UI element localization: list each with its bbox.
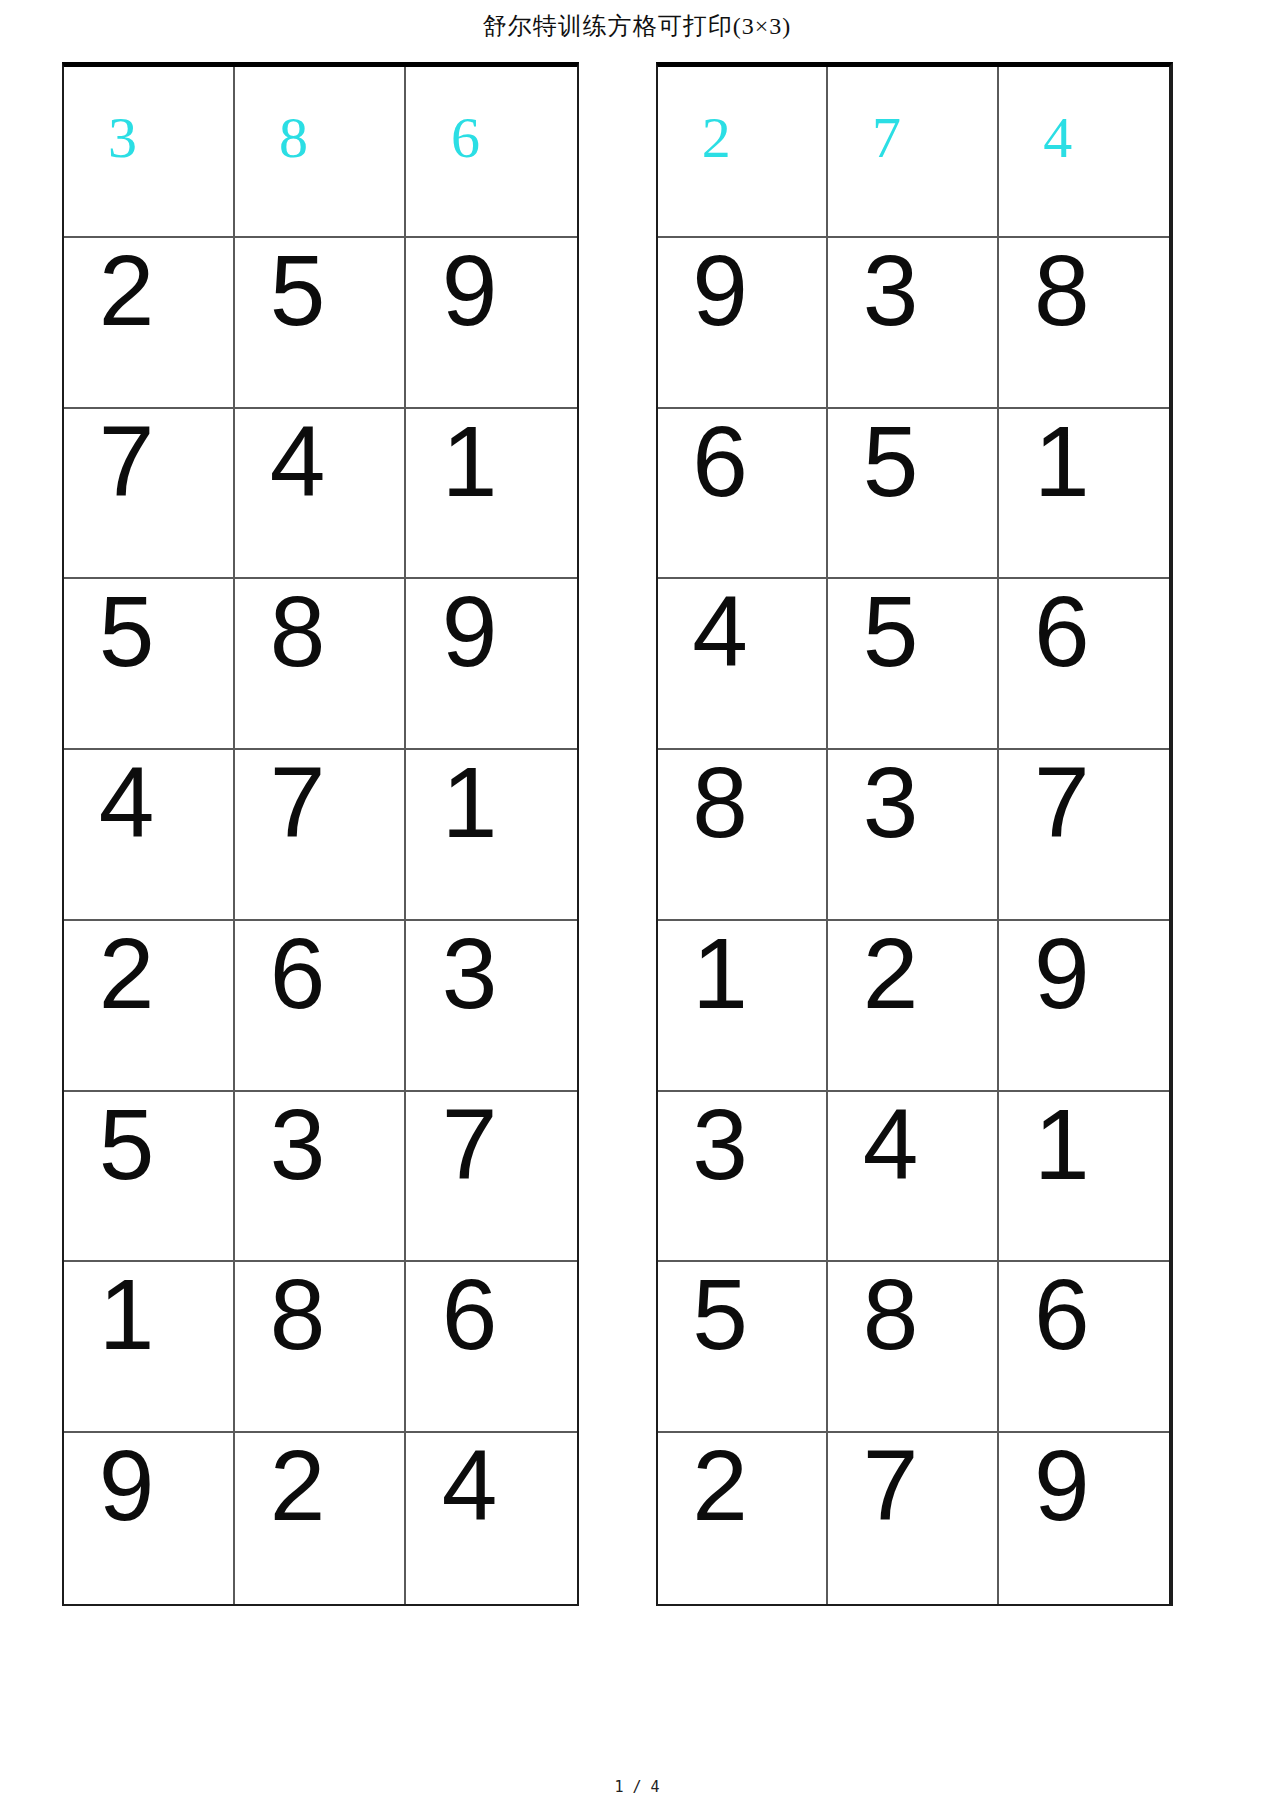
grid-digit: 2: [692, 1433, 748, 1535]
grid-cell: 3: [406, 921, 577, 1092]
grid-digit: 6: [1034, 579, 1090, 681]
grid-cell: 5: [235, 238, 406, 409]
grid-digit: 7: [270, 750, 326, 852]
target-cell: 2: [658, 67, 828, 238]
grid-digit: 4: [692, 579, 748, 681]
grid-cell: 6: [658, 409, 828, 580]
grid-digit: 7: [99, 409, 155, 511]
grid-digit: 9: [442, 579, 498, 681]
grid-cell: 8: [828, 1262, 998, 1433]
grid-digit: 5: [99, 1092, 155, 1194]
grid-digit: 2: [99, 238, 155, 340]
grid-digit: 3: [442, 921, 498, 1023]
grid-cell: 4: [658, 579, 828, 750]
grid-cell: 7: [235, 750, 406, 921]
grid-cell: 4: [64, 750, 235, 921]
grid-digit: 7: [863, 1433, 919, 1535]
grid-cell: 5: [828, 409, 998, 580]
grid-cell: 6: [235, 921, 406, 1092]
grid-cell: 7: [64, 409, 235, 580]
grid-cell: 5: [64, 1092, 235, 1263]
grid-digit: 5: [863, 409, 919, 511]
target-digit: 6: [451, 67, 480, 167]
grid-digit: 6: [270, 921, 326, 1023]
grid-digit: 8: [1034, 238, 1090, 340]
grid-digit: 1: [1034, 1092, 1090, 1194]
grid-cell: 9: [999, 1433, 1169, 1604]
grid-cell: 5: [828, 579, 998, 750]
target-digit: 4: [1043, 67, 1072, 167]
grid-digit: 1: [442, 750, 498, 852]
grid-cell: 9: [658, 238, 828, 409]
grid-cell: 7: [828, 1433, 998, 1604]
grid-digit: 6: [692, 409, 748, 511]
grid-cell: 8: [999, 238, 1169, 409]
grid-cell: 9: [999, 921, 1169, 1092]
target-digit: 7: [872, 67, 901, 167]
grid-cell: 1: [658, 921, 828, 1092]
grid-cell: 3: [828, 750, 998, 921]
grid-cell: 7: [999, 750, 1169, 921]
grid-cell: 4: [828, 1092, 998, 1263]
grid-cell: 2: [828, 921, 998, 1092]
grid-cell: 7: [406, 1092, 577, 1263]
grid-digit: 9: [692, 238, 748, 340]
grid-digit: 1: [692, 921, 748, 1023]
grid-cell: 4: [235, 409, 406, 580]
grid-digit: 3: [863, 238, 919, 340]
target-digit: 8: [279, 67, 308, 167]
target-cell: 6: [406, 67, 577, 238]
grid-digit: 4: [270, 409, 326, 511]
target-digit: 3: [108, 67, 137, 167]
grid-cell: 1: [64, 1262, 235, 1433]
grid-cell: 6: [999, 579, 1169, 750]
target-digit: 2: [702, 67, 731, 167]
grid-cell: 9: [64, 1433, 235, 1604]
grid-digit: 2: [99, 921, 155, 1023]
grid-cell: 8: [658, 750, 828, 921]
grid-cell: 2: [658, 1433, 828, 1604]
target-cell: 8: [235, 67, 406, 238]
grid-digit: 8: [270, 1262, 326, 1364]
grid-digit: 3: [270, 1092, 326, 1194]
target-cell: 4: [999, 67, 1169, 238]
grid-cell: 6: [999, 1262, 1169, 1433]
grid-digit: 8: [863, 1262, 919, 1364]
grid-digit: 9: [99, 1433, 155, 1535]
grid-digit: 4: [99, 750, 155, 852]
grid-digit: 9: [1034, 921, 1090, 1023]
grid-digit: 5: [692, 1262, 748, 1364]
grid-cell: 1: [999, 1092, 1169, 1263]
grid-digit: 9: [442, 238, 498, 340]
page-title: 舒尔特训练方格可打印(3×3): [0, 10, 1274, 42]
grid-cell: 8: [235, 579, 406, 750]
grid-digit: 7: [442, 1092, 498, 1194]
grid-cell: 4: [406, 1433, 577, 1604]
grid-digit: 3: [863, 750, 919, 852]
grid-cell: 1: [406, 750, 577, 921]
grid-digit: 2: [863, 921, 919, 1023]
schulte-grid-right: 274938651456837129341586279: [656, 62, 1173, 1606]
grid-digit: 5: [270, 238, 326, 340]
grid-cell: 3: [235, 1092, 406, 1263]
grid-digit: 7: [1034, 750, 1090, 852]
grid-cell: 8: [235, 1262, 406, 1433]
grid-digit: 5: [99, 579, 155, 681]
grid-cell: 5: [64, 579, 235, 750]
grid-cell: 6: [406, 1262, 577, 1433]
grid-cell: 9: [406, 238, 577, 409]
target-cell: 7: [828, 67, 998, 238]
grid-cell: 2: [64, 238, 235, 409]
page-number: 1 / 4: [0, 1778, 1274, 1796]
grid-digit: 8: [692, 750, 748, 852]
grid-digit: 4: [863, 1092, 919, 1194]
grid-digit: 4: [442, 1433, 498, 1535]
grid-digit: 2: [270, 1433, 326, 1535]
grid-digit: 5: [863, 579, 919, 681]
grid-cell: 3: [658, 1092, 828, 1263]
grid-cell: 3: [828, 238, 998, 409]
grid-digit: 6: [442, 1262, 498, 1364]
grid-digit: 1: [99, 1262, 155, 1364]
target-cell: 3: [64, 67, 235, 238]
grid-cell: 2: [64, 921, 235, 1092]
grid-digit: 1: [442, 409, 498, 511]
grid-digit: 1: [1034, 409, 1090, 511]
grid-cell: 1: [406, 409, 577, 580]
schulte-grid-left: 386259741589471263537186924: [62, 62, 579, 1606]
grid-digit: 9: [1034, 1433, 1090, 1535]
grid-cell: 2: [235, 1433, 406, 1604]
grid-cell: 5: [658, 1262, 828, 1433]
grid-digit: 3: [692, 1092, 748, 1194]
grid-digit: 8: [270, 579, 326, 681]
grid-cell: 1: [999, 409, 1169, 580]
grid-cell: 9: [406, 579, 577, 750]
grid-digit: 6: [1034, 1262, 1090, 1364]
